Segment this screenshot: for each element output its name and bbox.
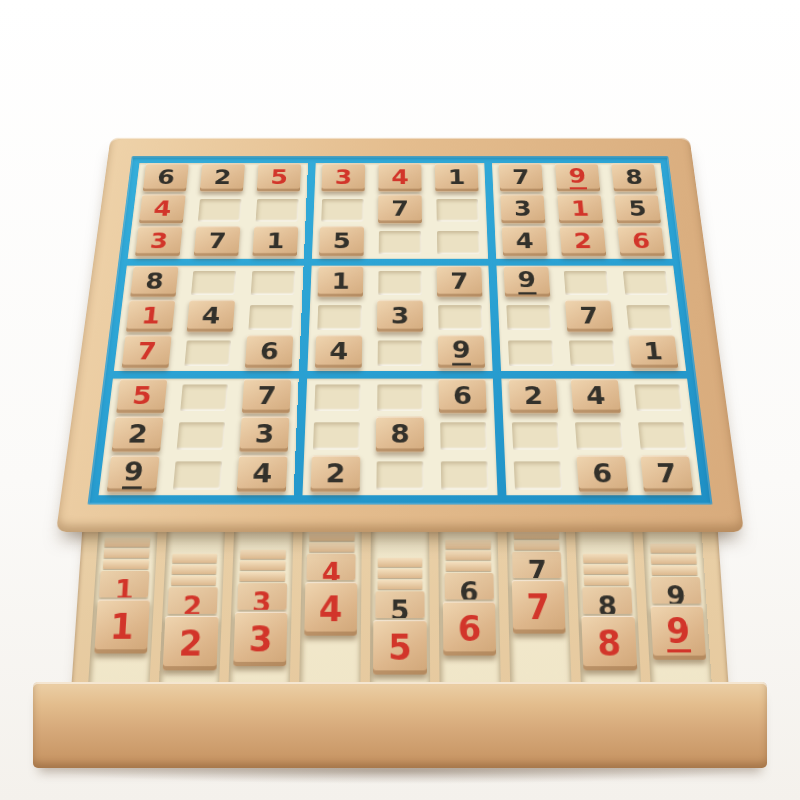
- cell-r9c4[interactable]: 2: [302, 455, 368, 495]
- cell-recess: [506, 305, 551, 330]
- tile-digit: 5: [131, 384, 153, 409]
- cell-r6c3[interactable]: 6: [237, 335, 300, 371]
- tile-digit: 4: [252, 460, 273, 486]
- partial-tile-3[interactable]: 3: [237, 583, 287, 610]
- tile-digit: 7: [256, 384, 276, 409]
- stacked-tile-edge: [651, 555, 697, 564]
- tile-digit: 5: [628, 198, 648, 219]
- number-tile-4-r9c3[interactable]: 4: [237, 455, 288, 491]
- cell-r4c7[interactable]: 9: [496, 266, 557, 300]
- number-tile-6-r6c3[interactable]: 6: [245, 335, 293, 368]
- tile-digit: 3: [149, 230, 169, 252]
- cell-r1c2[interactable]: 2: [193, 163, 252, 194]
- tile-digit: 5: [390, 596, 409, 618]
- drawer-slot-5[interactable]: 55: [369, 516, 430, 693]
- tile-digit: 6: [259, 340, 279, 364]
- cell-r6c2[interactable]: [176, 335, 240, 371]
- cell-r6c7[interactable]: [499, 335, 562, 371]
- stacked-tile-edge: [377, 569, 422, 578]
- front-tile-2[interactable]: 2: [163, 616, 218, 670]
- cell-r2c5[interactable]: 7: [371, 194, 429, 226]
- cell-r7c7[interactable]: 2: [501, 379, 566, 417]
- cell-r5c5[interactable]: 3: [370, 300, 431, 335]
- tile-digit: 8: [624, 167, 644, 187]
- front-tile-8[interactable]: 8: [582, 616, 637, 670]
- stacked-tile-edge: [240, 572, 286, 581]
- tile-stack-4: 44: [300, 521, 361, 636]
- cell-r3c9[interactable]: 6: [610, 226, 672, 259]
- cell-r8c5[interactable]: 8: [368, 416, 432, 455]
- tile-digit: 1: [140, 304, 161, 327]
- tile-digit: 7: [136, 340, 157, 364]
- number-tile-7-r1c7[interactable]: 7: [499, 163, 543, 191]
- number-tile-4-r6c4[interactable]: 4: [315, 335, 362, 368]
- drawer-slot-2[interactable]: 22: [158, 516, 226, 693]
- stacked-tile-edge: [309, 543, 354, 552]
- number-tile-7-r6c1[interactable]: 7: [122, 335, 172, 368]
- tile-digit: 4: [153, 198, 173, 219]
- cell-r8c8[interactable]: [566, 416, 633, 455]
- box-9: 2467: [501, 379, 701, 496]
- tile-stack-3: 33: [229, 550, 292, 666]
- number-tile-3-r8c3[interactable]: 3: [239, 417, 289, 452]
- stacked-tile-edge: [446, 551, 491, 560]
- cell-recess: [313, 422, 360, 449]
- cell-r6c8[interactable]: [560, 335, 624, 371]
- cell-r9c3[interactable]: 4: [229, 455, 296, 495]
- blue-grid-panel: 6254371341757983154268147617349971572394…: [87, 156, 712, 504]
- number-tile-2-r3c8[interactable]: 2: [560, 226, 607, 256]
- tile-digit: 3: [254, 421, 275, 447]
- tile-digit: 6: [631, 230, 651, 252]
- stacked-tile-edge: [171, 576, 217, 585]
- cell-recess: [626, 305, 673, 330]
- front-tile-6[interactable]: 6: [443, 602, 496, 656]
- partial-tile-4[interactable]: 4: [307, 554, 356, 580]
- number-tile-1-r4c4[interactable]: 1: [318, 266, 364, 297]
- tile-digit: 9: [452, 338, 471, 365]
- cell-r4c8[interactable]: [555, 266, 617, 300]
- number-tile-1-r3c3[interactable]: 1: [252, 226, 298, 256]
- cell-r2c6[interactable]: [429, 194, 487, 226]
- cell-r3c6[interactable]: [429, 226, 488, 259]
- tile-digit: 3: [248, 622, 273, 656]
- cell-recess: [184, 340, 231, 366]
- cell-r9c1[interactable]: 9: [99, 455, 168, 495]
- cell-r3c7[interactable]: 4: [495, 226, 555, 259]
- number-tile-9-r6c6[interactable]: 9: [438, 335, 485, 368]
- tile-digit: 1: [570, 198, 589, 219]
- cell-r9c2[interactable]: [164, 455, 232, 495]
- number-tile-3-r2c7[interactable]: 3: [500, 194, 545, 223]
- cell-r7c6[interactable]: 6: [431, 379, 494, 417]
- partial-tile-9[interactable]: 9: [651, 577, 702, 604]
- tile-digit: 2: [182, 592, 202, 614]
- cell-r5c3[interactable]: [240, 300, 302, 335]
- number-tile-7-r3c2[interactable]: 7: [194, 226, 241, 256]
- stacked-tile-edge: [650, 544, 696, 553]
- number-tile-6-r3c9[interactable]: 6: [617, 226, 664, 256]
- cell-r3c5[interactable]: [371, 226, 430, 259]
- number-tile-4-r7c8[interactable]: 4: [571, 379, 621, 413]
- tile-digit: 4: [329, 340, 348, 364]
- number-tile-5-r1c3[interactable]: 5: [257, 163, 301, 191]
- cell-r4c2[interactable]: [182, 266, 244, 300]
- stacked-tile-edge: [584, 576, 630, 585]
- number-tile-3-r5c5[interactable]: 3: [377, 300, 423, 332]
- drawer-slot-6[interactable]: 66: [438, 516, 501, 693]
- partial-tile-2[interactable]: 2: [167, 587, 217, 614]
- number-tile-7-r9c9[interactable]: 7: [640, 455, 693, 491]
- stacked-tile-edge: [104, 549, 150, 558]
- cell-recess: [376, 461, 423, 489]
- number-tile-3-r3c1[interactable]: 3: [135, 226, 182, 256]
- number-tile-2-r8c1[interactable]: 2: [112, 417, 164, 452]
- cell-recess: [378, 271, 421, 295]
- front-tile-1[interactable]: 1: [94, 600, 150, 654]
- cell-recess: [377, 384, 423, 411]
- cell-r8c4[interactable]: [304, 416, 368, 455]
- board-grid: 6254371341757983154268147617349971572394…: [99, 163, 702, 495]
- tile-digit: 3: [334, 167, 352, 187]
- drawer-handle-bar[interactable]: [33, 682, 767, 768]
- cell-r7c1[interactable]: 5: [108, 379, 175, 417]
- tile-digit: 6: [591, 460, 613, 486]
- box-1: 6254371: [128, 163, 308, 259]
- cell-r3c2[interactable]: 7: [186, 226, 247, 259]
- tile-digit: 8: [390, 421, 409, 447]
- stacked-tile-edge: [241, 550, 286, 559]
- cell-r1c8[interactable]: 9: [548, 163, 607, 194]
- tile-digit: 2: [523, 384, 543, 409]
- box-2: 34175: [312, 163, 488, 259]
- stacked-tile-edge: [171, 565, 217, 574]
- cell-r2c1[interactable]: 4: [132, 194, 193, 226]
- cell-r4c3[interactable]: [242, 266, 303, 300]
- cell-r3c4[interactable]: 5: [312, 226, 371, 259]
- stacked-tile-edge: [377, 580, 422, 589]
- stacked-tile-edge: [446, 540, 491, 549]
- cell-r5c4[interactable]: [309, 300, 370, 335]
- sudoku-board: 6254371341757983154268147617349971572394…: [56, 138, 744, 532]
- cell-r5c1[interactable]: 1: [118, 300, 182, 335]
- cell-r4c6[interactable]: 7: [429, 266, 489, 300]
- cell-r8c7[interactable]: [503, 416, 569, 455]
- stacked-tile-edge: [240, 561, 285, 570]
- tile-drawer[interactable]: 112233445566778899: [70, 505, 731, 710]
- cell-recess: [575, 422, 623, 449]
- tile-digit: 5: [270, 167, 288, 187]
- front-tile-3[interactable]: 3: [233, 612, 287, 666]
- tile-digit: 1: [331, 270, 350, 292]
- tile-digit: 9: [666, 582, 687, 603]
- tile-digit: 4: [585, 384, 606, 409]
- partial-tile-7[interactable]: 7: [512, 552, 562, 578]
- tile-stack-8: 88: [576, 554, 641, 671]
- cell-recess: [251, 271, 296, 295]
- cell-recess: [378, 340, 423, 366]
- cell-recess: [440, 422, 487, 449]
- number-tile-8-r4c1[interactable]: 8: [130, 266, 178, 297]
- tile-digit: 7: [527, 557, 547, 578]
- cell-recess: [438, 305, 483, 330]
- box-7: 572394: [99, 379, 299, 496]
- stacked-tile-edge: [583, 554, 629, 563]
- cell-r5c6[interactable]: [430, 300, 491, 335]
- tile-digit: 7: [526, 590, 550, 624]
- cell-r8c1[interactable]: 2: [103, 416, 171, 455]
- cell-recess: [321, 199, 363, 221]
- cell-r2c9[interactable]: 5: [607, 194, 668, 226]
- cell-r7c5[interactable]: [369, 379, 432, 417]
- cell-recess: [512, 422, 560, 449]
- box-8: 682: [302, 379, 497, 496]
- number-tile-1-r2c8[interactable]: 1: [557, 194, 603, 223]
- cell-r7c4[interactable]: [306, 379, 369, 417]
- cell-r9c8[interactable]: 6: [569, 455, 637, 495]
- cell-r5c8[interactable]: 7: [558, 300, 621, 335]
- cell-r6c4[interactable]: 4: [307, 335, 369, 371]
- cell-r6c6[interactable]: 9: [430, 335, 492, 371]
- stacked-tile-edge: [377, 558, 422, 567]
- number-tile-4-r2c1[interactable]: 4: [139, 194, 186, 223]
- cell-r9c7[interactable]: [505, 455, 572, 495]
- cell-recess: [441, 461, 489, 489]
- number-tile-5-r7c1[interactable]: 5: [116, 379, 167, 413]
- cell-r8c3[interactable]: 3: [231, 416, 297, 455]
- cell-r3c8[interactable]: 2: [553, 226, 614, 259]
- cell-recess: [638, 422, 687, 449]
- box-6: 971: [496, 266, 686, 371]
- tile-digit: 2: [213, 167, 232, 187]
- number-tile-2-r9c4[interactable]: 2: [310, 455, 360, 491]
- cell-r7c9[interactable]: [625, 379, 692, 417]
- number-tile-2-r1c2[interactable]: 2: [200, 163, 245, 191]
- tile-stack-1: 11: [90, 538, 157, 654]
- number-tile-8-r8c5[interactable]: 8: [376, 417, 424, 452]
- box-5: 17349: [307, 266, 492, 371]
- tile-stack-5: 55: [370, 558, 431, 675]
- box-3: 798315426: [492, 163, 672, 259]
- cell-recess: [437, 231, 480, 254]
- tile-digit: 2: [325, 460, 345, 486]
- drawer-slot-1[interactable]: 11: [88, 516, 158, 693]
- cell-r2c8[interactable]: 1: [550, 194, 610, 226]
- number-tile-9-r4c7[interactable]: 9: [504, 266, 551, 297]
- number-tile-4-r3c7[interactable]: 4: [502, 226, 548, 256]
- tile-digit: 2: [127, 421, 149, 447]
- number-tile-7-r4c6[interactable]: 7: [437, 266, 483, 297]
- tile-digit: 7: [391, 198, 409, 219]
- drawer-slot-3[interactable]: 33: [229, 516, 294, 693]
- tile-digit: 8: [597, 592, 617, 614]
- drawer-body: 112233445566778899: [70, 505, 731, 710]
- drawer-slot-4[interactable]: 44: [299, 516, 362, 693]
- cell-recess: [191, 271, 236, 295]
- cell-r1c5[interactable]: 4: [371, 163, 428, 194]
- cell-r7c3[interactable]: 7: [234, 379, 299, 417]
- tile-digit: 7: [450, 270, 469, 292]
- cell-recess: [173, 461, 222, 489]
- cell-r1c6[interactable]: 1: [428, 163, 485, 194]
- tile-digit: 9: [568, 166, 587, 189]
- tile-digit: 7: [512, 167, 530, 187]
- cell-r9c9[interactable]: 7: [633, 455, 702, 495]
- cell-r4c9[interactable]: [614, 266, 677, 300]
- cell-recess: [379, 231, 422, 254]
- front-tile-9[interactable]: 9: [651, 606, 707, 660]
- tile-digit: 6: [457, 611, 481, 645]
- tile-digit: 3: [513, 198, 532, 219]
- cell-r9c5[interactable]: [367, 455, 432, 495]
- cell-recess: [436, 199, 478, 221]
- cell-r5c2[interactable]: 4: [179, 300, 242, 335]
- stacked-tile-edge: [446, 562, 491, 571]
- cell-r3c3[interactable]: 1: [245, 226, 305, 259]
- number-tile-9-r9c1[interactable]: 9: [107, 455, 160, 491]
- number-tile-4-r1c5[interactable]: 4: [378, 163, 421, 191]
- tile-digit: 7: [655, 460, 678, 486]
- stacked-tile-edge: [652, 566, 698, 575]
- number-tile-6-r9c8[interactable]: 6: [576, 455, 628, 491]
- sudoku-game-scene: 6254371341757983154268147617349971572394…: [0, 0, 800, 800]
- front-tile-5[interactable]: 5: [374, 620, 427, 674]
- front-tile-7[interactable]: 7: [512, 580, 566, 634]
- number-tile-3-r1c4[interactable]: 3: [321, 163, 365, 191]
- tile-digit: 8: [597, 626, 622, 661]
- cell-r4c1[interactable]: 8: [123, 266, 186, 300]
- cell-recess: [198, 199, 242, 221]
- cell-r5c7[interactable]: [498, 300, 560, 335]
- number-tile-1-r5c1[interactable]: 1: [126, 300, 175, 332]
- tile-digit: 2: [178, 626, 203, 661]
- cell-r2c2[interactable]: [190, 194, 250, 226]
- number-tile-5-r2c9[interactable]: 5: [614, 194, 661, 223]
- number-tile-1-r1c6[interactable]: 1: [435, 163, 479, 191]
- stacked-tile-edge: [103, 560, 149, 569]
- tile-digit: 6: [453, 384, 473, 409]
- box-4: 81476: [114, 266, 304, 371]
- drawer-slot-7[interactable]: 77: [506, 516, 571, 693]
- cell-r4c4[interactable]: 1: [310, 266, 370, 300]
- cell-r6c9[interactable]: 1: [621, 335, 686, 371]
- cell-r5c9[interactable]: [618, 300, 682, 335]
- tile-digit: 9: [665, 613, 691, 652]
- tile-digit: 5: [332, 230, 350, 252]
- tile-stack-2: 22: [159, 554, 224, 671]
- cell-r2c3[interactable]: [247, 194, 306, 226]
- tile-stack-9: 99: [643, 544, 710, 660]
- number-tile-8-r1c9[interactable]: 8: [611, 163, 657, 191]
- cell-recess: [177, 422, 225, 449]
- number-tile-6-r7c6[interactable]: 6: [438, 379, 486, 413]
- cell-r1c7[interactable]: 7: [492, 163, 550, 194]
- number-tile-9-r1c8[interactable]: 9: [555, 163, 600, 191]
- drawer-slot-8[interactable]: 88: [574, 516, 642, 693]
- tile-digit: 3: [252, 588, 272, 610]
- cell-recess: [623, 271, 669, 295]
- cell-recess: [317, 305, 362, 330]
- cell-r6c1[interactable]: 7: [114, 335, 179, 371]
- cell-recess: [180, 384, 228, 411]
- stacked-tile-edge: [514, 541, 559, 550]
- drawer-slots: 112233445566778899: [88, 516, 713, 693]
- number-tile-6-r1c1[interactable]: 6: [143, 163, 189, 191]
- tile-digit: 9: [122, 459, 145, 489]
- number-tile-4-r5c2[interactable]: 4: [187, 300, 235, 332]
- cell-r8c9[interactable]: [629, 416, 697, 455]
- cell-recess: [514, 461, 563, 489]
- cell-r8c2[interactable]: [167, 416, 234, 455]
- partial-tile-6[interactable]: 6: [444, 573, 493, 600]
- cell-recess: [508, 340, 554, 366]
- tile-digit: 1: [266, 230, 285, 252]
- cell-r9c6[interactable]: [432, 455, 498, 495]
- cell-recess: [314, 384, 360, 411]
- tile-digit: 1: [109, 609, 135, 643]
- number-tile-2-r7c7[interactable]: 2: [509, 379, 558, 413]
- tile-digit: 4: [201, 304, 221, 327]
- tile-digit: 5: [388, 630, 412, 665]
- cell-r1c1[interactable]: 6: [136, 163, 196, 194]
- cell-recess: [256, 199, 299, 221]
- partial-tile-8[interactable]: 8: [582, 587, 632, 614]
- tile-digit: 3: [391, 304, 410, 327]
- tile-digit: 4: [391, 167, 408, 187]
- front-tile-4[interactable]: 4: [304, 582, 357, 636]
- cell-r7c8[interactable]: 4: [563, 379, 629, 417]
- cell-r1c9[interactable]: 8: [604, 163, 664, 194]
- cell-r2c7[interactable]: 3: [493, 194, 552, 226]
- cell-recess: [564, 271, 609, 295]
- stacked-tile-edge: [583, 565, 629, 574]
- cell-r4c5[interactable]: [370, 266, 430, 300]
- number-tile-5-r3c4[interactable]: 5: [319, 226, 364, 256]
- tile-digit: 7: [579, 304, 599, 327]
- cell-recess: [634, 384, 682, 411]
- cell-recess: [248, 305, 293, 330]
- cell-recess: [569, 340, 616, 366]
- cell-r1c4[interactable]: 3: [314, 163, 371, 194]
- tile-digit: 6: [459, 578, 479, 599]
- cell-r8c6[interactable]: [431, 416, 495, 455]
- tile-stack-7: 77: [506, 519, 569, 634]
- tile-digit: 8: [144, 270, 165, 292]
- tile-digit: 9: [517, 269, 537, 295]
- cell-r1c3[interactable]: 5: [250, 163, 308, 194]
- tile-digit: 1: [643, 340, 664, 364]
- drawer-slot-9[interactable]: 99: [642, 516, 713, 693]
- stacked-tile-edge: [104, 538, 149, 547]
- cell-r2c4[interactable]: [313, 194, 371, 226]
- tile-digit: 6: [156, 167, 176, 187]
- number-tile-7-r2c5[interactable]: 7: [378, 194, 422, 223]
- number-tile-7-r5c8[interactable]: 7: [565, 300, 613, 332]
- number-tile-7-r7c3[interactable]: 7: [242, 379, 291, 413]
- wooden-frame: 6254371341757983154268147617349971572394…: [56, 138, 744, 532]
- cell-r3c1[interactable]: 3: [128, 226, 190, 259]
- tile-digit: 7: [207, 230, 227, 252]
- tile-stack-6: 66: [439, 540, 501, 656]
- cell-r7c2[interactable]: [171, 379, 237, 417]
- number-tile-1-r6c9[interactable]: 1: [628, 335, 678, 368]
- partial-tile-5[interactable]: 5: [375, 591, 424, 618]
- cell-r6c5[interactable]: [369, 335, 431, 371]
- stacked-tile-edge: [172, 554, 218, 563]
- partial-tile-1[interactable]: 1: [99, 571, 150, 598]
- stacked-tile-edge: [309, 532, 354, 541]
- tile-digit: 1: [448, 167, 466, 187]
